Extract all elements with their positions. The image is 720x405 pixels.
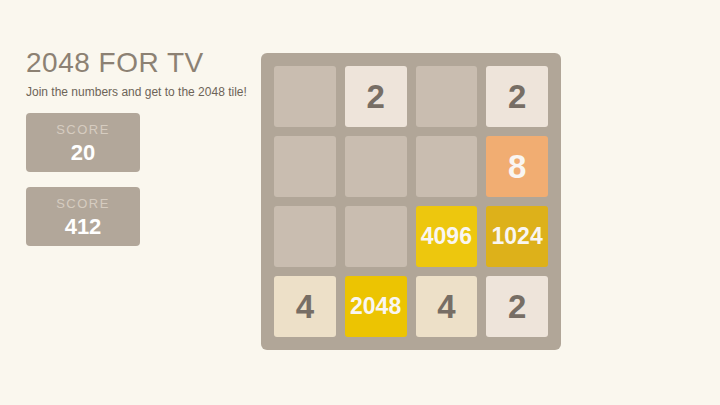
score-box-best: SCORE 412 — [26, 187, 140, 246]
tile-1024: 1024 — [486, 206, 548, 267]
page-subtitle: Join the numbers and get to the 2048 til… — [26, 85, 258, 99]
cell-empty — [274, 206, 336, 267]
tile-4: 4 — [274, 276, 336, 337]
game-board: 228409610244204842 — [261, 53, 561, 350]
cell-empty — [274, 66, 336, 127]
tile-2048: 2048 — [345, 276, 407, 337]
tile-2: 2 — [486, 276, 548, 337]
score-label: SCORE — [26, 122, 140, 137]
score-value: 20 — [26, 140, 140, 166]
score-value: 412 — [26, 214, 140, 240]
tile-2: 2 — [345, 66, 407, 127]
cell-empty — [416, 136, 478, 197]
board-grid: 228409610244204842 — [274, 66, 548, 337]
tile-4096: 4096 — [416, 206, 478, 267]
page-title: 2048 FOR TV — [26, 48, 258, 78]
tile-8: 8 — [486, 136, 548, 197]
cell-empty — [345, 136, 407, 197]
tile-2: 2 — [486, 66, 548, 127]
score-label: SCORE — [26, 196, 140, 211]
score-box-current: SCORE 20 — [26, 113, 140, 172]
cell-empty — [416, 66, 478, 127]
tile-4: 4 — [416, 276, 478, 337]
left-panel: 2048 FOR TV Join the numbers and get to … — [26, 48, 258, 246]
cell-empty — [274, 136, 336, 197]
cell-empty — [345, 206, 407, 267]
